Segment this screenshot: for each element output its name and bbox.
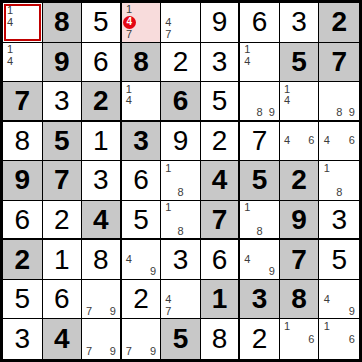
pencil-marks: 18 [162,202,199,238]
cell-r5c3[interactable]: 3 [82,161,122,201]
cell-r1c8[interactable]: 3 [280,3,320,43]
solved-digit: 3 [93,166,109,194]
cell-r9c2[interactable]: 4 [43,319,83,359]
pencil-mark-7: 7 [162,28,174,40]
pencil-marks: 16 [281,320,318,358]
pencil-marks: 47 [162,281,199,318]
pencil-mark-4: 4 [241,56,253,68]
pencil-marks: 14 [4,4,41,41]
pencil-mark-7: 7 [162,305,174,317]
pencil-mark-1: 1 [281,83,293,95]
pencil-mark-1: 1 [320,162,333,174]
given-digit: 8 [291,285,307,313]
cell-r9c4[interactable]: 79 [122,319,162,359]
cell-r9c6[interactable]: 8 [201,319,241,359]
given-digit: 9 [14,166,30,194]
pencil-mark-9: 9 [147,266,159,278]
given-digit: 7 [54,166,70,194]
cell-r3c1[interactable]: 7 [3,82,43,122]
pencil-marks: 79 [123,320,160,358]
solved-digit: 2 [212,127,228,155]
cell-r9c1[interactable]: 3 [3,319,43,359]
cell-r8c3[interactable]: 79 [82,280,122,320]
cell-r2c8[interactable]: 5 [280,43,320,83]
cell-r5c9[interactable]: 18 [319,161,359,201]
cell-r4c2[interactable]: 5 [43,122,83,162]
pencil-mark-8: 8 [254,225,266,237]
pencil-mark-1: 1 [4,4,16,16]
solved-digit: 6 [212,246,228,274]
solved-digit: 6 [93,48,109,76]
given-digit: 8 [54,8,70,36]
cell-r1c6[interactable]: 9 [201,3,241,43]
cell-r2c7[interactable]: 14 [240,43,280,83]
cell-r3c9[interactable]: 89 [319,82,359,122]
solved-digit: 5 [133,206,149,234]
solved-digit: 3 [331,206,347,234]
cell-r9c7[interactable]: 2 [240,319,280,359]
pencil-marks: 18 [241,202,278,238]
cell-r5c8[interactable]: 2 [280,161,320,201]
cell-r7c2[interactable]: 1 [43,240,83,280]
cell-r1c9[interactable]: 2 [319,3,359,43]
given-digit: 7 [212,206,228,234]
cell-r6c5[interactable]: 18 [161,201,201,241]
cell-r7c6[interactable]: 6 [201,240,241,280]
pencil-mark-6: 6 [305,135,317,147]
given-digit: 9 [291,206,307,234]
solved-digit: 5 [331,246,347,274]
pencil-mark-6: 6 [305,333,317,346]
given-digit: 5 [252,166,268,194]
cell-r9c9[interactable]: 16 [319,319,359,359]
sudoku-board: 1485147479632149682314577321465891489851… [0,0,362,362]
cell-r3c6[interactable]: 5 [201,82,241,122]
cell-r6c1[interactable]: 6 [3,201,43,241]
pencil-marks: 14 [4,44,41,81]
pencil-mark-4: 4 [123,95,135,107]
cell-r4c8[interactable]: 46 [280,122,320,162]
pencil-mark-9: 9 [147,345,159,358]
cell-r8c5[interactable]: 47 [161,280,201,320]
pencil-mark-4: 4 [123,254,135,266]
cell-r5c7[interactable]: 5 [240,161,280,201]
cell-r4c5[interactable]: 9 [161,122,201,162]
cell-r8c8[interactable]: 8 [280,280,320,320]
pencil-marks: 46 [320,123,358,160]
pencil-marks: 14 [123,83,160,119]
given-digit: 5 [291,48,307,76]
pencil-mark-4: 4 [241,254,253,266]
cell-r6c9[interactable]: 3 [319,201,359,241]
cell-r2c9[interactable]: 7 [319,43,359,83]
cell-r5c6[interactable]: 4 [201,161,241,201]
solved-digit: 2 [252,325,268,353]
pencil-marks: 147 [123,4,160,41]
cell-r6c2[interactable]: 2 [43,201,83,241]
pencil-mark-8: 8 [254,107,266,119]
cell-r7c9[interactable]: 5 [319,240,359,280]
pencil-mark-8: 8 [174,225,186,237]
cell-r4c9[interactable]: 46 [319,122,359,162]
cell-r4c3[interactable]: 1 [82,122,122,162]
pencil-mark-1: 1 [123,4,136,16]
cell-r7c7[interactable]: 49 [240,240,280,280]
pencil-marks: 89 [241,83,278,119]
cell-r3c4[interactable]: 14 [122,82,162,122]
given-digit: 4 [54,325,70,353]
given-digit: 7 [331,48,347,76]
pencil-mark-1: 1 [162,162,174,174]
pencil-marks: 49 [241,241,278,278]
pencil-marks: 49 [320,281,358,318]
pencil-marks: 14 [281,83,318,119]
pencil-mark-4: 4 [320,135,333,147]
cell-r5c5[interactable]: 18 [161,161,201,201]
cell-r3c8[interactable]: 14 [280,82,320,122]
pencil-mark-7: 7 [123,345,135,358]
solved-digit: 3 [54,87,70,115]
pencil-mark-1: 1 [281,320,293,333]
cell-r5c2[interactable]: 7 [43,161,83,201]
pencil-mark-9: 9 [345,305,358,317]
cell-r7c8[interactable]: 7 [280,240,320,280]
solved-digit: 5 [212,87,228,115]
solved-digit: 9 [212,8,228,36]
cell-r2c2[interactable]: 9 [43,43,83,83]
solved-digit: 2 [173,48,189,76]
pencil-mark-1: 1 [241,44,253,56]
cell-r7c5[interactable]: 3 [161,240,201,280]
cell-r6c6[interactable]: 7 [201,201,241,241]
given-digit: 4 [212,166,228,194]
pencil-mark-7: 7 [83,305,95,317]
given-digit: 2 [331,8,347,36]
pencil-mark-8: 8 [333,107,346,119]
cell-r2c4[interactable]: 8 [122,43,162,83]
cell-r8c6[interactable]: 1 [201,280,241,320]
cell-r2c1[interactable]: 14 [3,43,43,83]
cell-r7c4[interactable]: 49 [122,240,162,280]
cell-r8c9[interactable]: 49 [319,280,359,320]
cell-r3c7[interactable]: 89 [240,82,280,122]
solved-digit: 8 [93,246,109,274]
given-digit: 6 [173,87,189,115]
cell-r5c4[interactable]: 6 [122,161,162,201]
pencil-mark-7: 7 [123,29,136,41]
pencil-mark-9: 9 [266,266,278,278]
cell-r7c1[interactable]: 2 [3,240,43,280]
pencil-mark-4: 4 [4,16,16,28]
pencil-marks: 49 [123,241,160,278]
pencil-marks: 18 [320,162,358,199]
solved-digit: 8 [14,127,30,155]
pencil-mark-4: 4 [281,135,293,147]
pencil-marks: 18 [162,162,199,199]
solved-digit: 2 [54,206,70,234]
cell-r9c5[interactable]: 5 [161,319,201,359]
cell-r1c3[interactable]: 5 [82,3,122,43]
cell-r9c3[interactable]: 79 [82,319,122,359]
cell-r6c3[interactable]: 4 [82,201,122,241]
given-digit: 3 [133,127,149,155]
cell-r8c2[interactable]: 6 [43,280,83,320]
cell-r5c1[interactable]: 9 [3,161,43,201]
pencil-marks: 14 [241,44,278,81]
pencil-mark-9: 9 [107,305,119,317]
pencil-mark-9: 9 [345,107,358,119]
pencil-mark-8: 8 [333,187,346,199]
pencil-mark-4: 4 [281,95,293,107]
solved-digit: 3 [173,246,189,274]
given-digit: 7 [291,246,307,274]
cell-r1c4[interactable]: 147 [122,3,162,43]
given-digit: 1 [212,285,228,313]
pencil-mark-9: 9 [266,107,278,119]
solved-digit: 3 [212,48,228,76]
pencil-marks: 79 [83,320,119,358]
cell-r8c4[interactable]: 2 [122,280,162,320]
cell-r4c4[interactable]: 3 [122,122,162,162]
given-digit: 5 [54,127,70,155]
pencil-mark-1: 1 [241,202,253,214]
pencil-mark-6: 6 [345,135,358,147]
given-digit: 2 [291,166,307,194]
pencil-mark-1: 1 [320,320,333,333]
pencil-marks: 89 [320,83,358,119]
cell-r4c6[interactable]: 2 [201,122,241,162]
pencil-mark-4: 4 [162,293,174,305]
solved-digit: 6 [54,285,70,313]
solved-digit: 1 [93,127,109,155]
cell-r4c1[interactable]: 8 [3,122,43,162]
pencil-mark-6: 6 [345,333,358,346]
given-digit: 3 [252,285,268,313]
given-digit: 8 [133,48,149,76]
cell-r2c6[interactable]: 3 [201,43,241,83]
cell-r8c1[interactable]: 5 [3,280,43,320]
cell-r3c2[interactable]: 3 [43,82,83,122]
pencil-mark-7: 7 [83,345,95,358]
pencil-mark-1: 1 [162,202,174,214]
given-digit: 4 [93,206,109,234]
solved-digit: 9 [173,127,189,155]
pencil-mark-4: 4 [320,293,333,305]
solved-digit: 6 [133,166,149,194]
cell-r3c3[interactable]: 2 [82,82,122,122]
cell-r1c5[interactable]: 47 [161,3,201,43]
solved-digit: 3 [291,8,307,36]
pencil-mark-1: 1 [4,44,16,56]
cell-r1c7[interactable]: 6 [240,3,280,43]
pencil-mark-4: 4 [4,56,16,68]
solved-digit: 5 [93,8,109,36]
cell-r6c8[interactable]: 9 [280,201,320,241]
cell-r1c2[interactable]: 8 [43,3,83,43]
given-digit: 5 [173,325,189,353]
given-digit: 7 [14,87,30,115]
pencil-mark-4: 4 [162,16,174,28]
cell-r6c4[interactable]: 5 [122,201,162,241]
cell-r2c3[interactable]: 6 [82,43,122,83]
cell-r7c3[interactable]: 8 [82,240,122,280]
given-digit: 2 [14,246,30,274]
pencil-marks: 16 [320,320,358,358]
cell-r2c5[interactable]: 2 [161,43,201,83]
pencil-mark-9: 9 [107,345,119,358]
pencil-marks: 47 [162,4,199,41]
solved-digit: 7 [252,127,268,155]
cell-r9c8[interactable]: 16 [280,319,320,359]
pencil-mark-1: 1 [123,83,135,95]
solved-digit: 3 [14,325,30,353]
cell-r8c7[interactable]: 3 [240,280,280,320]
pencil-marks: 79 [83,281,119,318]
highlighted-candidate-4: 4 [123,16,136,29]
given-digit: 9 [54,48,70,76]
solved-digit: 2 [133,285,149,313]
cell-r6c7[interactable]: 18 [240,201,280,241]
cell-r4c7[interactable]: 7 [240,122,280,162]
pencil-marks: 46 [281,123,318,160]
solved-digit: 6 [252,8,268,36]
pencil-mark-8: 8 [174,187,186,199]
solved-digit: 6 [14,206,30,234]
cell-r1c1[interactable]: 14 [3,3,43,43]
cell-r3c5[interactable]: 6 [161,82,201,122]
given-digit: 2 [93,87,109,115]
solved-digit: 8 [212,325,228,353]
solved-digit: 1 [54,246,70,274]
solved-digit: 5 [14,285,30,313]
